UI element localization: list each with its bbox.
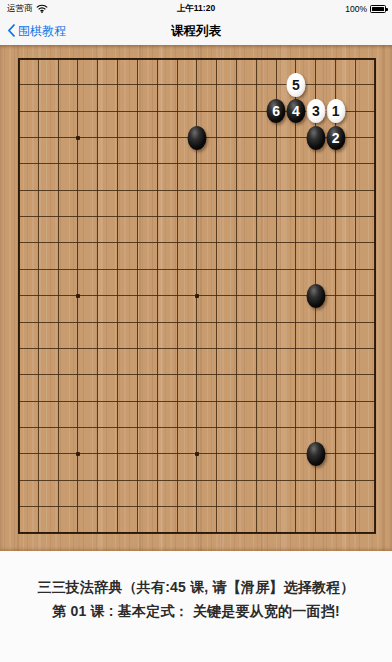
intersection bbox=[147, 362, 167, 388]
intersection bbox=[9, 414, 29, 440]
intersection bbox=[345, 309, 365, 335]
move-number: 5 bbox=[292, 77, 300, 93]
intersection bbox=[147, 98, 167, 124]
intersection bbox=[306, 414, 326, 440]
intersection bbox=[127, 414, 147, 440]
stone-black-Q16 bbox=[306, 126, 325, 150]
intersection bbox=[68, 203, 88, 229]
intersection bbox=[48, 230, 68, 256]
intersection bbox=[48, 467, 68, 493]
stone-white-P18: 5 bbox=[286, 73, 305, 97]
battery-icon bbox=[370, 5, 386, 13]
intersection bbox=[187, 335, 207, 361]
intersection bbox=[9, 493, 29, 519]
intersection bbox=[246, 177, 266, 203]
intersection bbox=[187, 388, 207, 414]
intersection bbox=[147, 45, 167, 71]
intersection bbox=[286, 362, 306, 388]
intersection bbox=[365, 493, 385, 519]
intersection bbox=[207, 520, 227, 546]
intersection bbox=[28, 203, 48, 229]
intersection bbox=[207, 151, 227, 177]
intersection bbox=[127, 388, 147, 414]
intersection bbox=[147, 335, 167, 361]
intersection bbox=[88, 467, 108, 493]
intersection bbox=[306, 493, 326, 519]
intersection bbox=[88, 282, 108, 308]
intersection bbox=[28, 230, 48, 256]
intersection bbox=[108, 45, 128, 71]
intersection bbox=[9, 72, 29, 98]
intersection bbox=[326, 414, 346, 440]
intersection bbox=[306, 467, 326, 493]
intersection bbox=[108, 282, 128, 308]
intersection bbox=[345, 72, 365, 98]
intersection bbox=[227, 493, 247, 519]
intersection bbox=[266, 493, 286, 519]
intersection bbox=[365, 230, 385, 256]
intersection bbox=[246, 230, 266, 256]
intersection bbox=[167, 414, 187, 440]
intersection bbox=[108, 230, 128, 256]
intersection bbox=[345, 151, 365, 177]
intersection bbox=[108, 388, 128, 414]
intersection bbox=[167, 45, 187, 71]
intersection bbox=[147, 520, 167, 546]
intersection bbox=[286, 282, 306, 308]
intersection bbox=[187, 151, 207, 177]
battery-percent: 100% bbox=[345, 4, 367, 14]
intersection bbox=[326, 282, 346, 308]
lesson-caption: 三三技法辞典（共有:45 课, 请【滑屏】选择教程） 第 01 课 : 基本定式… bbox=[0, 551, 392, 662]
intersection bbox=[286, 203, 306, 229]
intersection bbox=[326, 72, 346, 98]
intersection bbox=[28, 45, 48, 71]
stone-black-P17: 4 bbox=[286, 99, 305, 123]
intersection bbox=[345, 203, 365, 229]
intersection bbox=[266, 45, 286, 71]
intersection bbox=[9, 441, 29, 467]
intersection bbox=[88, 177, 108, 203]
status-bar: 运营商 上午11:20 100% bbox=[0, 0, 392, 18]
intersection bbox=[326, 520, 346, 546]
intersection bbox=[207, 388, 227, 414]
intersection bbox=[48, 203, 68, 229]
intersection bbox=[68, 467, 88, 493]
intersection bbox=[365, 177, 385, 203]
stone-black-Q4 bbox=[306, 442, 325, 466]
intersection bbox=[147, 388, 167, 414]
intersection bbox=[207, 124, 227, 150]
intersection bbox=[88, 230, 108, 256]
intersection bbox=[266, 256, 286, 282]
move-number: 4 bbox=[292, 103, 300, 119]
intersection bbox=[207, 441, 227, 467]
intersection bbox=[108, 520, 128, 546]
intersection bbox=[246, 493, 266, 519]
intersection bbox=[108, 467, 128, 493]
intersection bbox=[286, 124, 306, 150]
intersection bbox=[28, 309, 48, 335]
intersection bbox=[286, 388, 306, 414]
intersection bbox=[207, 256, 227, 282]
intersection bbox=[88, 388, 108, 414]
intersection bbox=[147, 177, 167, 203]
intersection bbox=[9, 256, 29, 282]
intersection bbox=[365, 256, 385, 282]
intersection bbox=[48, 124, 68, 150]
intersection bbox=[266, 177, 286, 203]
intersection bbox=[345, 467, 365, 493]
intersection bbox=[187, 177, 207, 203]
intersection bbox=[167, 493, 187, 519]
lesson-subtitle: 第 01 课 : 基本定式： 关键是要从宽的一面挡! bbox=[0, 599, 392, 623]
intersection bbox=[345, 388, 365, 414]
intersection bbox=[127, 467, 147, 493]
intersection bbox=[187, 467, 207, 493]
move-number: 6 bbox=[272, 103, 280, 119]
intersection bbox=[187, 493, 207, 519]
stone-black-O17: 6 bbox=[267, 99, 286, 123]
intersection bbox=[48, 335, 68, 361]
intersection bbox=[266, 151, 286, 177]
intersection bbox=[306, 388, 326, 414]
intersection bbox=[246, 335, 266, 361]
star-point bbox=[195, 452, 199, 456]
intersection bbox=[345, 414, 365, 440]
intersection bbox=[286, 493, 306, 519]
intersection bbox=[167, 467, 187, 493]
intersection bbox=[127, 98, 147, 124]
intersection bbox=[227, 98, 247, 124]
go-board[interactable]: 123456 bbox=[0, 45, 392, 551]
intersection bbox=[127, 230, 147, 256]
intersection bbox=[88, 203, 108, 229]
intersection bbox=[88, 72, 108, 98]
intersection bbox=[127, 151, 147, 177]
intersection bbox=[28, 414, 48, 440]
intersection bbox=[108, 414, 128, 440]
intersection bbox=[147, 309, 167, 335]
intersection bbox=[167, 203, 187, 229]
intersection bbox=[365, 414, 385, 440]
intersection bbox=[48, 414, 68, 440]
intersection bbox=[365, 45, 385, 71]
intersection bbox=[365, 388, 385, 414]
intersection bbox=[227, 230, 247, 256]
intersection bbox=[326, 203, 346, 229]
intersection bbox=[68, 362, 88, 388]
intersection bbox=[48, 72, 68, 98]
intersection bbox=[167, 151, 187, 177]
intersection bbox=[227, 256, 247, 282]
intersection bbox=[187, 72, 207, 98]
intersection bbox=[306, 203, 326, 229]
intersection bbox=[9, 520, 29, 546]
intersection bbox=[127, 124, 147, 150]
intersection bbox=[187, 98, 207, 124]
intersection bbox=[345, 282, 365, 308]
intersection bbox=[345, 493, 365, 519]
intersection bbox=[365, 362, 385, 388]
intersection bbox=[108, 151, 128, 177]
intersection bbox=[266, 230, 286, 256]
intersection bbox=[306, 45, 326, 71]
intersection bbox=[9, 177, 29, 203]
intersection bbox=[9, 467, 29, 493]
intersection bbox=[187, 520, 207, 546]
intersection bbox=[68, 256, 88, 282]
intersection bbox=[167, 335, 187, 361]
intersection bbox=[286, 520, 306, 546]
intersection bbox=[246, 203, 266, 229]
intersection bbox=[306, 72, 326, 98]
intersection bbox=[28, 151, 48, 177]
intersection bbox=[88, 414, 108, 440]
intersection bbox=[167, 124, 187, 150]
intersection bbox=[28, 388, 48, 414]
stone-white-R17: 1 bbox=[326, 99, 345, 123]
intersection bbox=[108, 203, 128, 229]
intersection bbox=[68, 45, 88, 71]
intersection bbox=[365, 282, 385, 308]
intersection bbox=[48, 98, 68, 124]
intersection bbox=[88, 441, 108, 467]
intersection bbox=[286, 45, 306, 71]
intersection bbox=[286, 467, 306, 493]
intersection bbox=[108, 72, 128, 98]
intersection bbox=[48, 256, 68, 282]
intersection bbox=[108, 441, 128, 467]
intersection bbox=[28, 124, 48, 150]
intersection bbox=[286, 230, 306, 256]
intersection bbox=[127, 493, 147, 519]
intersection bbox=[88, 520, 108, 546]
intersection bbox=[88, 309, 108, 335]
intersection bbox=[365, 520, 385, 546]
intersection bbox=[68, 98, 88, 124]
intersection bbox=[108, 335, 128, 361]
intersection bbox=[28, 441, 48, 467]
intersection bbox=[286, 177, 306, 203]
star-point bbox=[76, 294, 80, 298]
intersection bbox=[246, 441, 266, 467]
intersection bbox=[365, 441, 385, 467]
intersection bbox=[167, 72, 187, 98]
intersection bbox=[246, 72, 266, 98]
intersection bbox=[147, 414, 167, 440]
intersection bbox=[365, 203, 385, 229]
intersection bbox=[227, 282, 247, 308]
intersection bbox=[266, 124, 286, 150]
intersection bbox=[187, 362, 207, 388]
intersection bbox=[207, 230, 227, 256]
intersection bbox=[147, 493, 167, 519]
intersection bbox=[88, 493, 108, 519]
intersection bbox=[266, 441, 286, 467]
intersection bbox=[68, 493, 88, 519]
intersection bbox=[246, 282, 266, 308]
intersection bbox=[326, 493, 346, 519]
intersection bbox=[48, 520, 68, 546]
intersection bbox=[108, 256, 128, 282]
intersection bbox=[306, 177, 326, 203]
intersection bbox=[227, 414, 247, 440]
star-point bbox=[195, 294, 199, 298]
intersection bbox=[88, 124, 108, 150]
intersection bbox=[306, 151, 326, 177]
intersection bbox=[227, 203, 247, 229]
intersection bbox=[28, 256, 48, 282]
intersection bbox=[9, 335, 29, 361]
intersection bbox=[266, 467, 286, 493]
intersection bbox=[207, 493, 227, 519]
intersection bbox=[207, 45, 227, 71]
intersection bbox=[187, 256, 207, 282]
intersection bbox=[365, 72, 385, 98]
intersection bbox=[365, 309, 385, 335]
intersection bbox=[127, 441, 147, 467]
intersection bbox=[326, 362, 346, 388]
intersection bbox=[68, 520, 88, 546]
intersection bbox=[266, 414, 286, 440]
intersection bbox=[246, 414, 266, 440]
intersection bbox=[127, 45, 147, 71]
intersection bbox=[266, 362, 286, 388]
intersection bbox=[127, 520, 147, 546]
intersection bbox=[48, 177, 68, 203]
intersection bbox=[167, 362, 187, 388]
intersection bbox=[167, 309, 187, 335]
intersection bbox=[108, 124, 128, 150]
intersection bbox=[345, 520, 365, 546]
intersection bbox=[286, 414, 306, 440]
intersection bbox=[127, 335, 147, 361]
app-screen: 运营商 上午11:20 100% 课程列表 bbox=[0, 0, 392, 662]
intersection bbox=[9, 98, 29, 124]
intersection bbox=[147, 124, 167, 150]
clock: 上午11:20 bbox=[0, 3, 392, 15]
intersection bbox=[167, 256, 187, 282]
intersection bbox=[28, 72, 48, 98]
intersection bbox=[326, 151, 346, 177]
intersection bbox=[246, 362, 266, 388]
chevron-left-icon bbox=[7, 23, 16, 41]
intersection bbox=[48, 362, 68, 388]
intersection bbox=[9, 124, 29, 150]
intersection bbox=[266, 203, 286, 229]
intersection bbox=[345, 362, 365, 388]
intersection bbox=[68, 388, 88, 414]
intersection bbox=[147, 256, 167, 282]
intersection bbox=[306, 362, 326, 388]
intersection bbox=[227, 72, 247, 98]
intersection bbox=[28, 362, 48, 388]
intersection bbox=[88, 45, 108, 71]
intersection bbox=[127, 309, 147, 335]
intersection bbox=[9, 230, 29, 256]
intersection bbox=[28, 282, 48, 308]
intersection bbox=[48, 493, 68, 519]
intersection bbox=[68, 230, 88, 256]
intersection bbox=[207, 203, 227, 229]
intersection bbox=[127, 256, 147, 282]
intersection bbox=[246, 520, 266, 546]
star-point bbox=[76, 452, 80, 456]
intersection bbox=[88, 256, 108, 282]
intersection bbox=[326, 45, 346, 71]
back-button[interactable]: 围棋教程 bbox=[7, 18, 66, 45]
intersection bbox=[246, 467, 266, 493]
intersection bbox=[108, 493, 128, 519]
intersection bbox=[28, 467, 48, 493]
intersection bbox=[147, 282, 167, 308]
intersection bbox=[207, 72, 227, 98]
intersection bbox=[147, 203, 167, 229]
intersection bbox=[207, 335, 227, 361]
intersection bbox=[9, 282, 29, 308]
intersection bbox=[108, 309, 128, 335]
stone-black-R16: 2 bbox=[326, 126, 345, 150]
intersection bbox=[227, 362, 247, 388]
stone-black-Q10 bbox=[306, 284, 325, 308]
nav-bar: 课程列表 围棋教程 bbox=[0, 18, 392, 45]
intersection bbox=[207, 414, 227, 440]
intersection bbox=[9, 388, 29, 414]
intersection bbox=[88, 98, 108, 124]
intersection bbox=[266, 335, 286, 361]
intersection bbox=[9, 203, 29, 229]
intersection bbox=[88, 335, 108, 361]
intersection bbox=[167, 177, 187, 203]
intersection bbox=[207, 467, 227, 493]
intersection bbox=[187, 230, 207, 256]
intersection bbox=[266, 309, 286, 335]
intersection bbox=[48, 388, 68, 414]
intersection bbox=[227, 124, 247, 150]
intersection bbox=[306, 230, 326, 256]
intersection bbox=[246, 98, 266, 124]
intersection bbox=[28, 493, 48, 519]
intersection bbox=[127, 362, 147, 388]
intersection bbox=[345, 230, 365, 256]
intersection bbox=[246, 256, 266, 282]
intersection bbox=[246, 45, 266, 71]
intersection bbox=[167, 441, 187, 467]
intersection bbox=[48, 309, 68, 335]
intersection bbox=[9, 362, 29, 388]
intersection bbox=[147, 72, 167, 98]
intersection bbox=[286, 335, 306, 361]
intersection bbox=[306, 335, 326, 361]
intersection bbox=[326, 177, 346, 203]
intersection bbox=[28, 98, 48, 124]
intersection bbox=[187, 203, 207, 229]
intersection bbox=[167, 520, 187, 546]
back-button-label: 围棋教程 bbox=[18, 23, 66, 40]
intersection bbox=[28, 177, 48, 203]
intersection bbox=[286, 256, 306, 282]
intersection bbox=[68, 177, 88, 203]
intersection bbox=[326, 309, 346, 335]
intersection bbox=[108, 98, 128, 124]
intersection bbox=[127, 72, 147, 98]
lesson-series-title: 三三技法辞典（共有:45 课, 请【滑屏】选择教程） bbox=[0, 575, 392, 599]
intersection bbox=[227, 388, 247, 414]
intersection bbox=[187, 414, 207, 440]
intersection bbox=[227, 441, 247, 467]
intersection bbox=[365, 467, 385, 493]
